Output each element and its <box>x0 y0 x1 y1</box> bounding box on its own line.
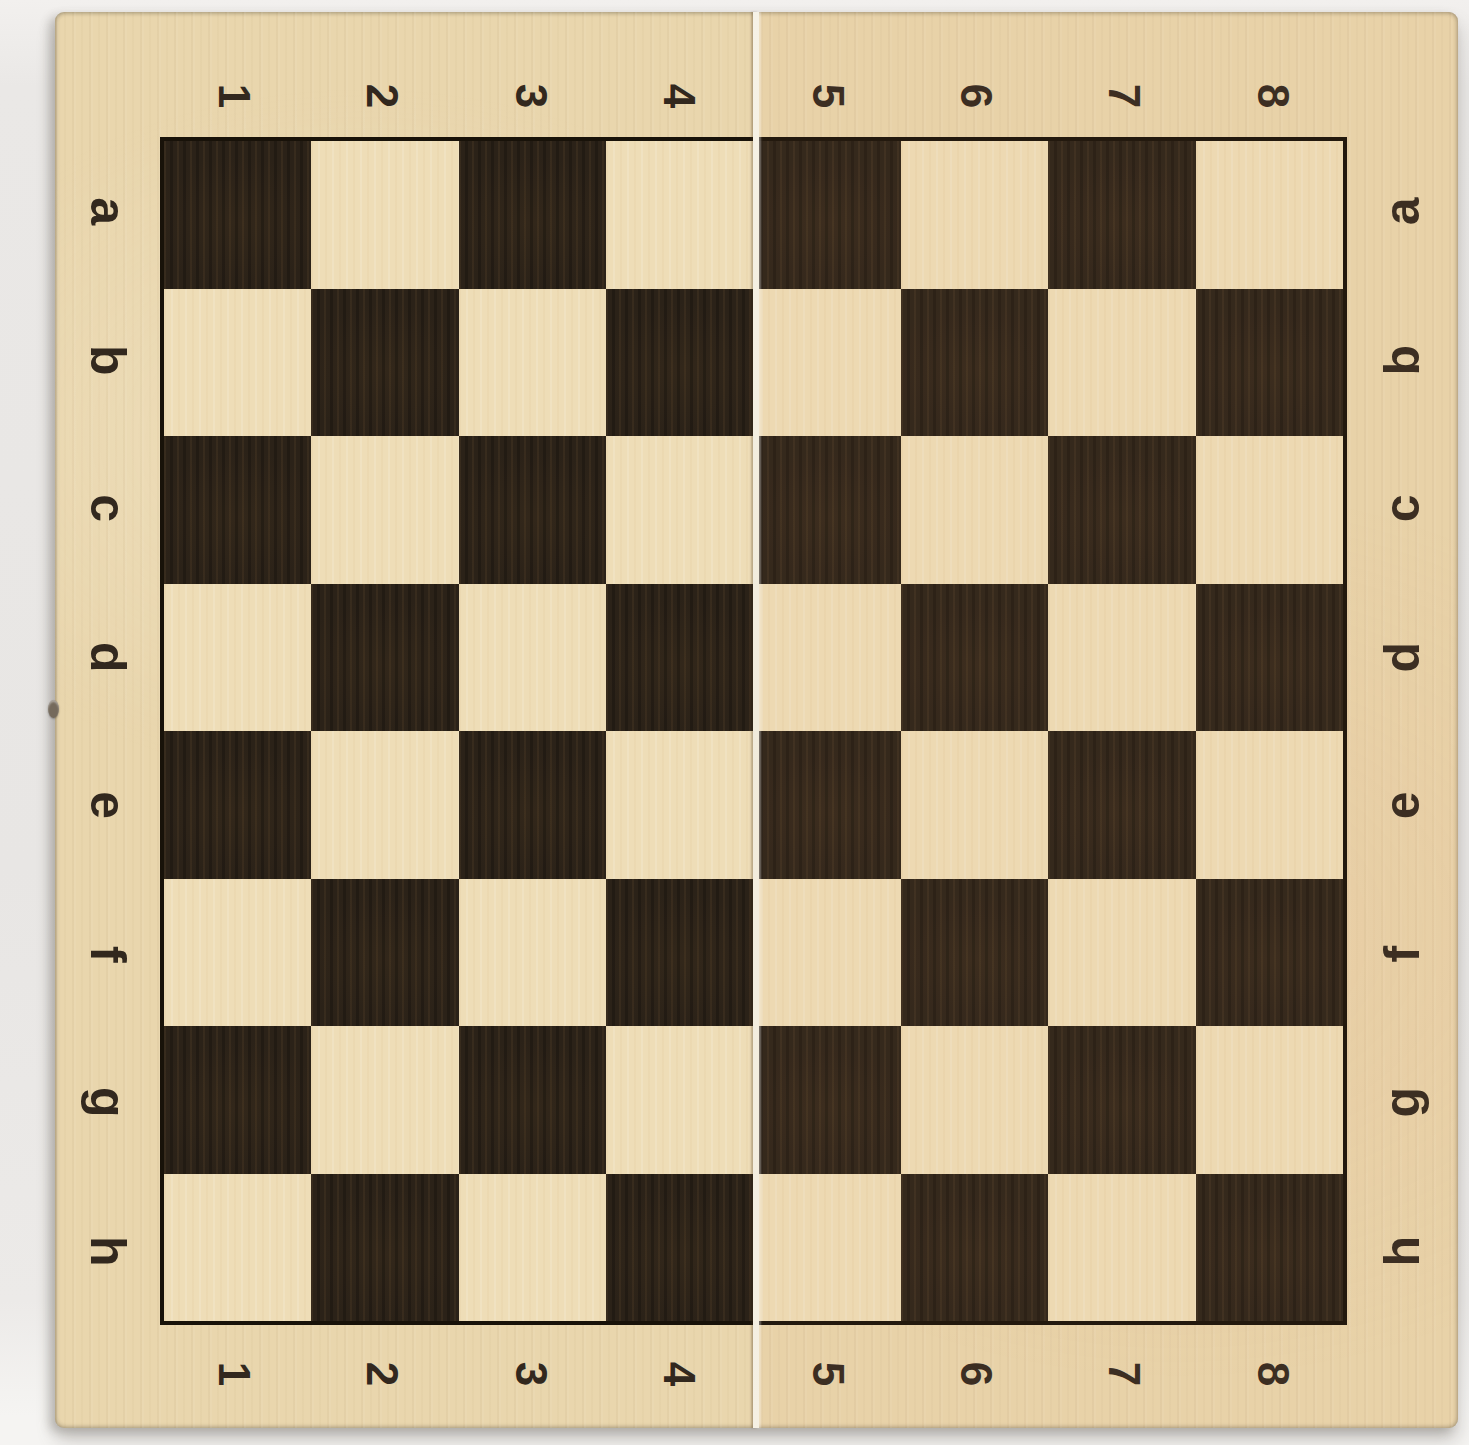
square-e4[interactable] <box>606 731 753 879</box>
square-e2[interactable] <box>311 731 458 879</box>
coord-label-right-g: g <box>1328 1047 1469 1158</box>
coord-label-right-h: h <box>1328 1195 1469 1306</box>
chess-board: 12345678 12345678 abcdefgh abcdefgh <box>55 12 1458 1428</box>
square-g1[interactable] <box>164 1026 311 1174</box>
square-h7[interactable] <box>1048 1174 1195 1322</box>
square-b5[interactable] <box>754 289 901 437</box>
rank-labels-top: 12345678 <box>160 12 1347 137</box>
square-d5[interactable] <box>754 584 901 732</box>
square-a4[interactable] <box>606 141 753 289</box>
square-g4[interactable] <box>606 1026 753 1174</box>
square-b2[interactable] <box>311 289 458 437</box>
square-e8[interactable] <box>1196 731 1343 879</box>
square-c4[interactable] <box>606 436 753 584</box>
square-c6[interactable] <box>901 436 1048 584</box>
square-b7[interactable] <box>1048 289 1195 437</box>
square-g6[interactable] <box>901 1026 1048 1174</box>
square-e6[interactable] <box>901 731 1048 879</box>
square-c3[interactable] <box>459 436 606 584</box>
photo-backdrop: 12345678 12345678 abcdefgh abcdefgh <box>0 0 1469 1445</box>
square-a2[interactable] <box>311 141 458 289</box>
square-c8[interactable] <box>1196 436 1343 584</box>
rank-labels-bottom: 12345678 <box>160 1325 1347 1428</box>
square-d7[interactable] <box>1048 584 1195 732</box>
square-c1[interactable] <box>164 436 311 584</box>
square-b4[interactable] <box>606 289 753 437</box>
square-g3[interactable] <box>459 1026 606 1174</box>
square-b3[interactable] <box>459 289 606 437</box>
coord-label-right-a: a <box>1328 156 1469 267</box>
square-a3[interactable] <box>459 141 606 289</box>
square-d8[interactable] <box>1196 584 1343 732</box>
square-h3[interactable] <box>459 1174 606 1322</box>
square-e7[interactable] <box>1048 731 1195 879</box>
square-f2[interactable] <box>311 879 458 1027</box>
square-d6[interactable] <box>901 584 1048 732</box>
square-e3[interactable] <box>459 731 606 879</box>
playing-grid <box>160 137 1347 1325</box>
square-h6[interactable] <box>901 1174 1048 1322</box>
square-g2[interactable] <box>311 1026 458 1174</box>
square-c5[interactable] <box>754 436 901 584</box>
square-f6[interactable] <box>901 879 1048 1027</box>
square-e5[interactable] <box>754 731 901 879</box>
coord-label-right-c: c <box>1328 453 1469 564</box>
square-d3[interactable] <box>459 584 606 732</box>
square-f1[interactable] <box>164 879 311 1027</box>
square-d4[interactable] <box>606 584 753 732</box>
coord-label-right-e: e <box>1328 750 1469 861</box>
square-h1[interactable] <box>164 1174 311 1322</box>
square-b8[interactable] <box>1196 289 1343 437</box>
square-b6[interactable] <box>901 289 1048 437</box>
square-f7[interactable] <box>1048 879 1195 1027</box>
square-d1[interactable] <box>164 584 311 732</box>
square-f8[interactable] <box>1196 879 1343 1027</box>
square-a8[interactable] <box>1196 141 1343 289</box>
square-a5[interactable] <box>754 141 901 289</box>
coord-label-right-f: f <box>1328 898 1469 1009</box>
coord-label-right-d: d <box>1328 601 1469 712</box>
square-a1[interactable] <box>164 141 311 289</box>
square-f3[interactable] <box>459 879 606 1027</box>
square-e1[interactable] <box>164 731 311 879</box>
square-g5[interactable] <box>754 1026 901 1174</box>
square-h2[interactable] <box>311 1174 458 1322</box>
square-a7[interactable] <box>1048 141 1195 289</box>
square-d2[interactable] <box>311 584 458 732</box>
file-labels-right: abcdefgh <box>1347 137 1458 1325</box>
square-h4[interactable] <box>606 1174 753 1322</box>
square-b1[interactable] <box>164 289 311 437</box>
square-f5[interactable] <box>754 879 901 1027</box>
square-h8[interactable] <box>1196 1174 1343 1322</box>
square-a6[interactable] <box>901 141 1048 289</box>
square-c7[interactable] <box>1048 436 1195 584</box>
coord-label-right-b: b <box>1328 304 1469 415</box>
file-labels-left: abcdefgh <box>55 137 160 1325</box>
square-g8[interactable] <box>1196 1026 1343 1174</box>
square-f4[interactable] <box>606 879 753 1027</box>
square-g7[interactable] <box>1048 1026 1195 1174</box>
square-c2[interactable] <box>311 436 458 584</box>
square-h5[interactable] <box>754 1174 901 1322</box>
hinge-detail <box>48 700 59 718</box>
